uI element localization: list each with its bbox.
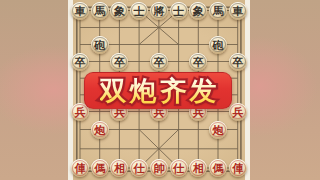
- blurred-background-right: [250, 0, 320, 180]
- piece-red-cannon[interactable]: 炮: [91, 121, 109, 139]
- piece-black-elephant[interactable]: 象: [189, 2, 207, 20]
- piece-red-horse[interactable]: 傌: [209, 159, 227, 177]
- piece-black-advisor[interactable]: 士: [130, 2, 148, 20]
- board-edge-strip-right: [245, 0, 250, 180]
- piece-red-advisor[interactable]: 仕: [170, 159, 188, 177]
- piece-black-soldier[interactable]: 卒: [71, 53, 89, 71]
- piece-black-advisor[interactable]: 士: [170, 2, 188, 20]
- piece-black-horse[interactable]: 馬: [91, 2, 109, 20]
- screenshot-root: 車馬象士將士象馬車砲砲卒卒卒卒卒兵兵兵兵兵炮炮俥傌相仕帥仕相傌俥 双炮齐发 双炮…: [0, 0, 320, 180]
- piece-black-soldier[interactable]: 卒: [110, 53, 128, 71]
- piece-black-soldier[interactable]: 卒: [189, 53, 207, 71]
- blurred-background-left: [0, 0, 68, 180]
- piece-red-chariot[interactable]: 俥: [229, 159, 247, 177]
- piece-black-soldier[interactable]: 卒: [229, 53, 247, 71]
- piece-black-horse[interactable]: 馬: [209, 2, 227, 20]
- piece-red-horse[interactable]: 傌: [91, 159, 109, 177]
- piece-black-chariot[interactable]: 車: [71, 2, 89, 20]
- piece-black-cannon[interactable]: 砲: [91, 36, 109, 54]
- piece-red-advisor[interactable]: 仕: [130, 159, 148, 177]
- caption-text: 双炮齐发: [100, 76, 220, 106]
- piece-black-cannon[interactable]: 砲: [209, 36, 227, 54]
- caption-text-wrap: 双炮齐发 双炮齐发: [100, 75, 217, 107]
- piece-black-soldier[interactable]: 卒: [150, 53, 168, 71]
- piece-black-chariot[interactable]: 車: [229, 2, 247, 20]
- piece-black-general[interactable]: 將: [150, 2, 168, 20]
- piece-red-general[interactable]: 帥: [150, 159, 168, 177]
- piece-black-elephant[interactable]: 象: [110, 2, 128, 20]
- piece-red-chariot[interactable]: 俥: [71, 159, 89, 177]
- piece-red-cannon[interactable]: 炮: [209, 121, 227, 139]
- caption-banner: 双炮齐发 双炮齐发: [84, 72, 232, 109]
- piece-red-soldier[interactable]: 兵: [229, 103, 247, 121]
